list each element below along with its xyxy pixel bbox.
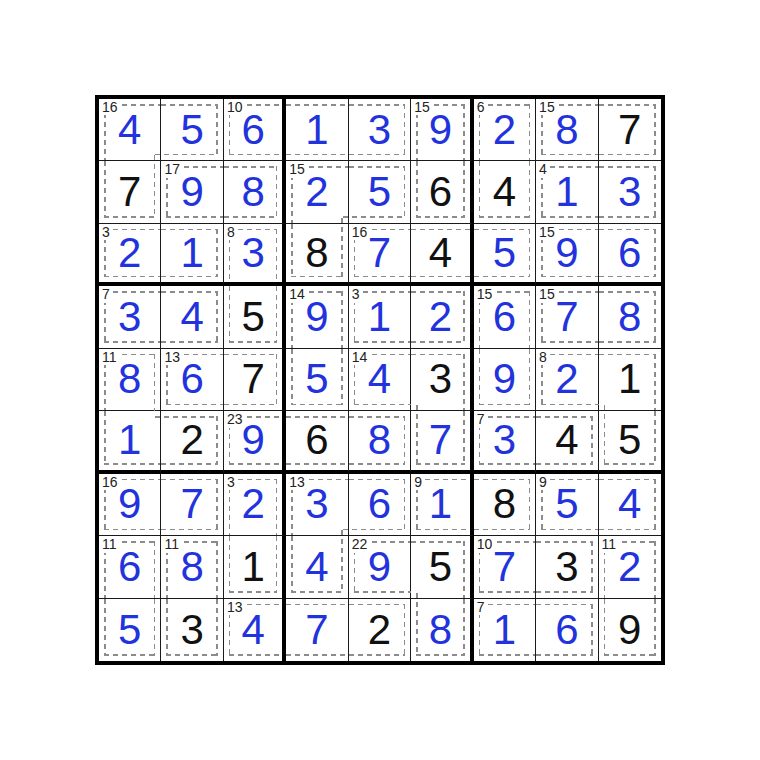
cell-r5c6[interactable]: 3 <box>411 349 473 411</box>
digit: 2 <box>411 286 469 347</box>
digit: 8 <box>411 599 469 661</box>
cell-r6c8[interactable]: 4 <box>536 411 598 473</box>
cell-r9c3[interactable]: 134 <box>224 599 286 661</box>
cell-r2c4[interactable]: 152 <box>286 161 348 223</box>
cage-sum: 15 <box>476 287 495 302</box>
digit: 2 <box>349 599 410 661</box>
cell-r9c1[interactable]: 5 <box>99 599 161 661</box>
digit: 6 <box>349 474 410 535</box>
cage-sum: 14 <box>288 287 307 302</box>
cell-r6c6[interactable]: 7 <box>411 411 473 473</box>
cell-r7c5[interactable]: 6 <box>349 474 411 536</box>
cage-sum: 11 <box>101 537 119 552</box>
digit: 9 <box>599 599 661 661</box>
digit: 7 <box>599 99 661 160</box>
cage-sum: 11 <box>163 537 181 552</box>
cage-sum: 23 <box>226 412 245 427</box>
cell-r4c8[interactable]: 157 <box>536 286 598 348</box>
cell-r3c2[interactable]: 1 <box>161 224 223 286</box>
cage-sum: 9 <box>413 475 424 490</box>
digit: 4 <box>474 161 535 222</box>
cell-r3c1[interactable]: 32 <box>99 224 161 286</box>
digit: 6 <box>286 411 347 469</box>
cell-r6c9[interactable]: 5 <box>599 411 661 473</box>
cell-r2c6[interactable]: 6 <box>411 161 473 223</box>
digit: 3 <box>536 536 597 597</box>
digit: 9 <box>474 349 535 410</box>
cell-r7c2[interactable]: 7 <box>161 474 223 536</box>
cage-sum: 22 <box>351 537 370 552</box>
cage-sum: 13 <box>226 600 245 615</box>
cage-sum: 4 <box>538 162 549 177</box>
cell-r5c9[interactable]: 1 <box>599 349 661 411</box>
cell-r7c8[interactable]: 95 <box>536 474 598 536</box>
cell-r9c2[interactable]: 3 <box>161 599 223 661</box>
cage-sum: 15 <box>288 162 307 177</box>
cell-r9c6[interactable]: 8 <box>411 599 473 661</box>
cage-sum: 16 <box>101 100 120 115</box>
cell-r6c5[interactable]: 8 <box>349 411 411 473</box>
cage-sum: 17 <box>163 162 182 177</box>
digit: 4 <box>599 474 661 535</box>
cage-sum: 13 <box>288 475 307 490</box>
digit: 7 <box>224 349 282 410</box>
cell-r4c3[interactable]: 5 <box>224 286 286 348</box>
digit: 5 <box>161 99 222 160</box>
cell-r8c2[interactable]: 118 <box>161 536 223 598</box>
cell-r1c2[interactable]: 5 <box>161 99 223 161</box>
cage-sum: 16 <box>351 225 370 240</box>
cell-r5c8[interactable]: 82 <box>536 349 598 411</box>
cage-sum: 8 <box>538 350 549 365</box>
cell-r8c1[interactable]: 116 <box>99 536 161 598</box>
digit: 7 <box>161 474 222 535</box>
cell-r6c7[interactable]: 73 <box>474 411 536 473</box>
cell-r6c2[interactable]: 2 <box>161 411 223 473</box>
cell-r9c7[interactable]: 71 <box>474 599 536 661</box>
digit: 5 <box>599 411 661 469</box>
digit: 8 <box>349 411 410 469</box>
digit: 4 <box>536 411 597 469</box>
digit: 8 <box>599 286 661 347</box>
cage-sum: 7 <box>476 412 487 427</box>
cage-sum: 7 <box>476 600 487 615</box>
digit: 7 <box>99 161 160 222</box>
digit: 6 <box>536 599 597 661</box>
cell-r7c4[interactable]: 133 <box>286 474 348 536</box>
cell-r8c8[interactable]: 3 <box>536 536 598 598</box>
digit: 3 <box>161 599 222 661</box>
cage-sum: 10 <box>476 537 495 552</box>
digit: 6 <box>599 224 661 282</box>
cell-r5c7[interactable]: 9 <box>474 349 536 411</box>
cell-r6c4[interactable]: 6 <box>286 411 348 473</box>
cell-r5c1[interactable]: 118 <box>99 349 161 411</box>
cage-sum: 8 <box>226 225 237 240</box>
cell-r6c1[interactable]: 1 <box>99 411 161 473</box>
cell-r4c4[interactable]: 149 <box>286 286 348 348</box>
digit: 8 <box>224 161 282 222</box>
cell-r3c9[interactable]: 6 <box>599 224 661 286</box>
digit: 3 <box>599 161 661 222</box>
cell-r2c9[interactable]: 3 <box>599 161 661 223</box>
digit: 5 <box>411 536 469 597</box>
cell-r2c3[interactable]: 8 <box>224 161 286 223</box>
cell-r8c5[interactable]: 229 <box>349 536 411 598</box>
cell-r2c1[interactable]: 7 <box>99 161 161 223</box>
cage-sum: 9 <box>538 475 549 490</box>
cage-sum: 3 <box>351 287 362 302</box>
cell-r6c3[interactable]: 239 <box>224 411 286 473</box>
sudoku-board: 1645106131596215877179815256441332183816… <box>95 95 665 665</box>
cell-r3c8[interactable]: 159 <box>536 224 598 286</box>
cell-r8c4[interactable]: 4 <box>286 536 348 598</box>
digit: 2 <box>161 411 222 469</box>
cell-r4c9[interactable]: 8 <box>599 286 661 348</box>
cell-r1c3[interactable]: 106 <box>224 99 286 161</box>
cell-r7c1[interactable]: 169 <box>99 474 161 536</box>
cell-r1c4[interactable]: 1 <box>286 99 348 161</box>
cell-r9c5[interactable]: 2 <box>349 599 411 661</box>
cell-r1c1[interactable]: 164 <box>99 99 161 161</box>
cage-sum: 3 <box>226 475 237 490</box>
cell-r7c7[interactable]: 8 <box>474 474 536 536</box>
cage-sum: 16 <box>101 475 120 490</box>
cell-r4c6[interactable]: 2 <box>411 286 473 348</box>
cell-r4c1[interactable]: 73 <box>99 286 161 348</box>
cage-sum: 15 <box>538 287 557 302</box>
cell-r2c2[interactable]: 179 <box>161 161 223 223</box>
digit: 1 <box>161 224 222 282</box>
digit: 4 <box>286 536 347 597</box>
cage-sum: 15 <box>413 100 432 115</box>
cell-r3c3[interactable]: 83 <box>224 224 286 286</box>
digit: 7 <box>411 411 469 469</box>
cell-r2c7[interactable]: 4 <box>474 161 536 223</box>
cage-sum: 14 <box>351 350 370 365</box>
cell-r3c4[interactable]: 8 <box>286 224 348 286</box>
cell-r3c5[interactable]: 167 <box>349 224 411 286</box>
cell-r8c7[interactable]: 107 <box>474 536 536 598</box>
cell-r1c7[interactable]: 62 <box>474 99 536 161</box>
cell-r7c3[interactable]: 32 <box>224 474 286 536</box>
cell-r8c6[interactable]: 5 <box>411 536 473 598</box>
cell-r2c8[interactable]: 41 <box>536 161 598 223</box>
cell-r1c8[interactable]: 158 <box>536 99 598 161</box>
digit: 5 <box>99 599 160 661</box>
cage-sum: 15 <box>538 225 557 240</box>
digit: 3 <box>411 349 469 410</box>
digit: 6 <box>411 161 469 222</box>
page-background: 1645106131596215877179815256441332183816… <box>0 0 760 760</box>
cage-sum: 7 <box>101 287 112 302</box>
digit: 1 <box>599 349 661 410</box>
digit: 3 <box>349 99 410 160</box>
cage-sum: 13 <box>163 350 182 365</box>
digit: 5 <box>224 286 282 347</box>
digit: 5 <box>349 161 410 222</box>
cell-r5c4[interactable]: 5 <box>286 349 348 411</box>
cage-sum: 11 <box>601 537 619 552</box>
cell-r1c5[interactable]: 3 <box>349 99 411 161</box>
cell-r8c3[interactable]: 1 <box>224 536 286 598</box>
cell-r9c4[interactable]: 7 <box>286 599 348 661</box>
cell-r3c6[interactable]: 4 <box>411 224 473 286</box>
cell-r2c5[interactable]: 5 <box>349 161 411 223</box>
cell-r3c7[interactable]: 5 <box>474 224 536 286</box>
cell-r5c2[interactable]: 136 <box>161 349 223 411</box>
cage-sum: 6 <box>476 100 487 115</box>
cell-r1c6[interactable]: 159 <box>411 99 473 161</box>
digit: 1 <box>286 99 347 160</box>
digit: 5 <box>286 349 347 410</box>
cell-r9c9[interactable]: 9 <box>599 599 661 661</box>
digit: 5 <box>474 224 535 282</box>
cell-r4c2[interactable]: 4 <box>161 286 223 348</box>
digit: 1 <box>99 411 160 469</box>
digit: 4 <box>411 224 469 282</box>
cell-r4c5[interactable]: 31 <box>349 286 411 348</box>
digit: 8 <box>474 474 535 535</box>
cage-sum: 11 <box>101 350 119 365</box>
cage-sum: 3 <box>101 225 112 240</box>
cell-r1c9[interactable]: 7 <box>599 99 661 161</box>
cell-r9c8[interactable]: 6 <box>536 599 598 661</box>
digit: 1 <box>224 536 282 597</box>
cell-r5c5[interactable]: 144 <box>349 349 411 411</box>
cell-r8c9[interactable]: 112 <box>599 536 661 598</box>
digit: 4 <box>161 286 222 347</box>
cell-r7c6[interactable]: 91 <box>411 474 473 536</box>
cell-r5c3[interactable]: 7 <box>224 349 286 411</box>
cage-sum: 10 <box>226 100 245 115</box>
cell-r7c9[interactable]: 4 <box>599 474 661 536</box>
digit: 7 <box>286 599 347 661</box>
digit: 8 <box>286 224 347 282</box>
cell-r4c7[interactable]: 156 <box>474 286 536 348</box>
cage-sum: 15 <box>538 100 557 115</box>
